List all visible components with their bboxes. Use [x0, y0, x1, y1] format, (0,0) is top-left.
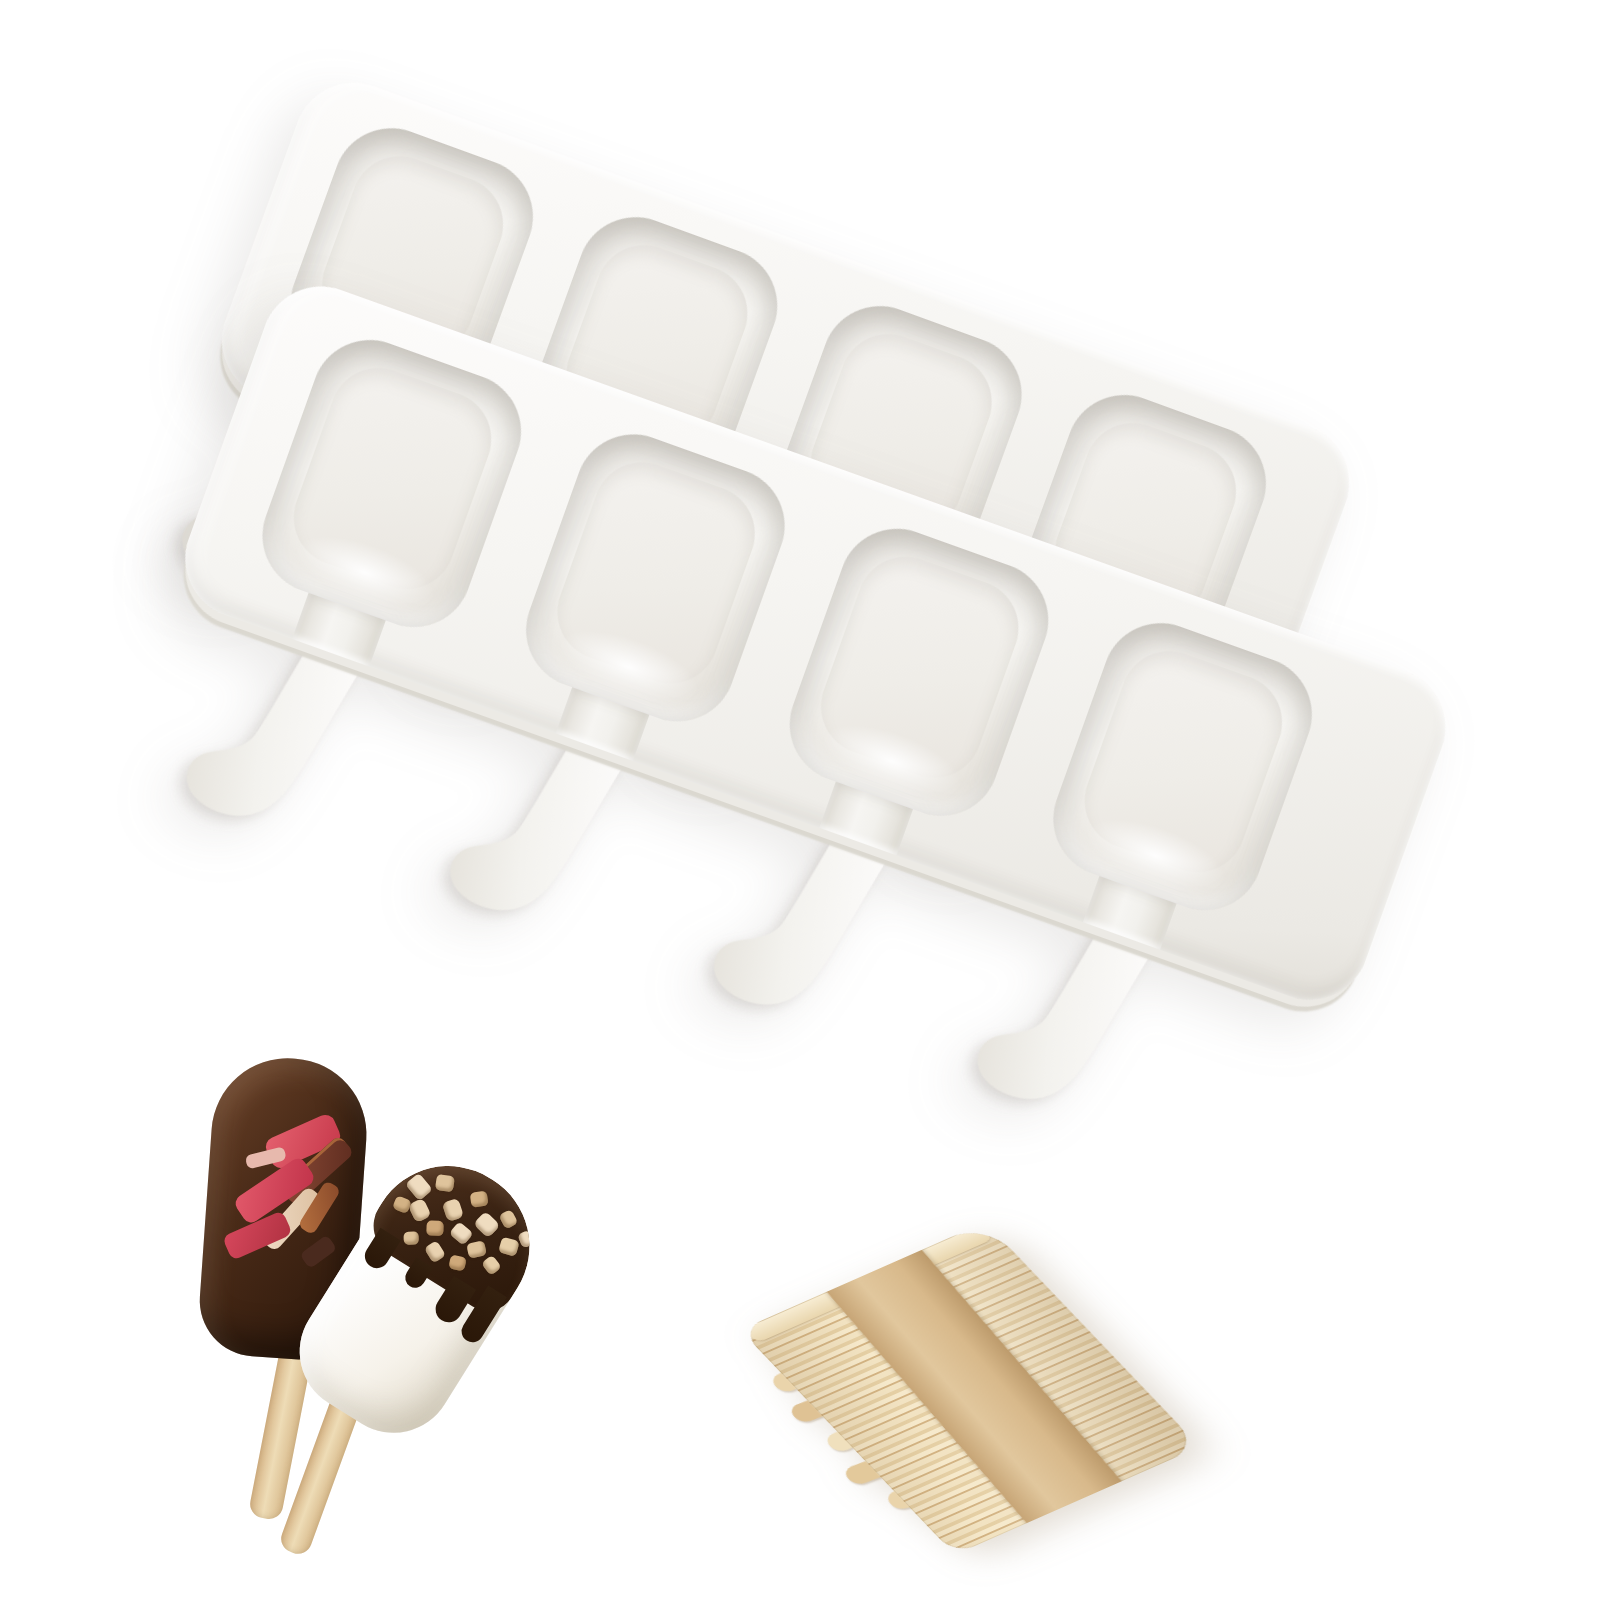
chopped-nut — [470, 1191, 489, 1208]
chopped-nut — [517, 1230, 535, 1249]
cavity-floor — [808, 543, 1032, 791]
chopped-nut — [498, 1209, 518, 1230]
chopped-nut — [424, 1240, 446, 1263]
chopped-nut — [449, 1221, 474, 1245]
mold-cavity — [510, 418, 801, 737]
chopped-nut — [481, 1255, 502, 1276]
wooden-stick-bundle — [740, 1222, 1200, 1555]
chopped-nut — [448, 1254, 467, 1271]
chopped-nut — [403, 1231, 418, 1245]
chopped-nut — [426, 1220, 444, 1236]
chopped-nut — [473, 1211, 501, 1239]
cavity-floor — [280, 355, 504, 603]
mold-cavity — [774, 513, 1065, 832]
chopped-nut — [435, 1174, 455, 1192]
mold-cavity — [246, 324, 537, 643]
fruit-bit-dark — [299, 1234, 337, 1269]
cavity-floor — [1071, 638, 1295, 886]
mold-cavity — [1037, 607, 1328, 926]
stick-stack — [740, 1222, 1200, 1555]
chopped-nut — [498, 1237, 520, 1257]
product-photo — [0, 0, 1601, 1601]
chopped-nut — [408, 1198, 432, 1223]
cavity-floor — [544, 449, 768, 697]
chopped-nut — [442, 1198, 464, 1222]
chopped-nut — [392, 1195, 412, 1214]
chopped-nut — [466, 1240, 487, 1258]
chopped-nut — [405, 1173, 433, 1201]
